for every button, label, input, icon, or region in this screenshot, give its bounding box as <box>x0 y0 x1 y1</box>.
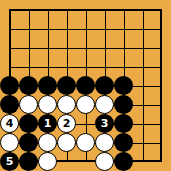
board-point[interactable] <box>19 38 38 57</box>
board-point[interactable] <box>38 19 57 38</box>
board-point[interactable] <box>133 38 152 57</box>
board-point[interactable] <box>152 57 171 76</box>
board-point[interactable] <box>38 152 57 171</box>
board-point[interactable] <box>19 0 38 19</box>
board-point[interactable] <box>19 19 38 38</box>
board-point[interactable] <box>76 38 95 57</box>
board-point[interactable] <box>76 76 95 95</box>
board-point[interactable] <box>114 133 133 152</box>
move-number: 3 <box>101 118 109 129</box>
white-stone <box>57 133 76 152</box>
board-point[interactable] <box>114 76 133 95</box>
black-stone: 5 <box>0 152 19 171</box>
board-point[interactable] <box>114 38 133 57</box>
board-point[interactable] <box>76 152 95 171</box>
board-point[interactable] <box>57 152 76 171</box>
white-stone <box>19 95 38 114</box>
board-point[interactable] <box>38 76 57 95</box>
board-point[interactable] <box>0 57 19 76</box>
board-point[interactable]: 4 <box>0 114 19 133</box>
move-number: 5 <box>6 156 14 167</box>
black-stone <box>114 152 133 171</box>
black-stone <box>114 114 133 133</box>
white-stone <box>57 95 76 114</box>
board-point[interactable] <box>114 0 133 19</box>
white-stone <box>38 95 57 114</box>
black-stone <box>19 114 38 133</box>
board-point[interactable] <box>57 76 76 95</box>
black-stone <box>19 76 38 95</box>
board-point[interactable] <box>95 19 114 38</box>
board-point[interactable] <box>0 0 19 19</box>
board-point[interactable] <box>114 152 133 171</box>
board-point[interactable] <box>133 76 152 95</box>
board-point[interactable] <box>95 133 114 152</box>
black-stone <box>0 76 19 95</box>
board-point[interactable]: 1 <box>38 114 57 133</box>
move-number: 2 <box>63 118 71 129</box>
board-point[interactable] <box>57 95 76 114</box>
white-stone <box>38 133 57 152</box>
board-point[interactable] <box>19 133 38 152</box>
white-stone: 4 <box>0 114 19 133</box>
board-point[interactable] <box>38 95 57 114</box>
board-point[interactable] <box>95 152 114 171</box>
white-stone: 2 <box>57 114 76 133</box>
board-point[interactable] <box>133 19 152 38</box>
board-point[interactable] <box>152 0 171 19</box>
board-point[interactable] <box>152 133 171 152</box>
board-point[interactable] <box>95 57 114 76</box>
board-point[interactable] <box>114 114 133 133</box>
board-point[interactable] <box>0 19 19 38</box>
board-point[interactable] <box>95 76 114 95</box>
board-point[interactable] <box>152 114 171 133</box>
board-point[interactable] <box>152 95 171 114</box>
board-point[interactable] <box>152 38 171 57</box>
black-stone <box>57 76 76 95</box>
move-number: 1 <box>44 118 52 129</box>
board-point[interactable] <box>38 57 57 76</box>
white-stone <box>38 152 57 171</box>
white-stone <box>76 95 95 114</box>
board-point[interactable]: 3 <box>95 114 114 133</box>
board-point[interactable] <box>0 133 19 152</box>
board-point[interactable] <box>76 95 95 114</box>
board-point[interactable] <box>19 152 38 171</box>
board-point[interactable] <box>19 57 38 76</box>
black-stone <box>19 152 38 171</box>
black-stone <box>114 76 133 95</box>
board-point[interactable] <box>76 19 95 38</box>
board-point[interactable] <box>57 57 76 76</box>
board-point[interactable]: 5 <box>0 152 19 171</box>
board-point[interactable] <box>0 76 19 95</box>
board-point[interactable] <box>133 152 152 171</box>
black-stone <box>76 76 95 95</box>
white-stone <box>95 133 114 152</box>
black-stone <box>19 133 38 152</box>
board-point[interactable] <box>38 0 57 19</box>
board-point[interactable] <box>133 0 152 19</box>
board-point[interactable] <box>19 76 38 95</box>
white-stone <box>95 95 114 114</box>
board-point[interactable] <box>38 38 57 57</box>
board-point[interactable] <box>76 57 95 76</box>
board-point[interactable] <box>19 95 38 114</box>
board-point[interactable] <box>95 38 114 57</box>
board-point[interactable] <box>152 19 171 38</box>
white-stone <box>95 152 114 171</box>
white-stone <box>0 133 19 152</box>
black-stone: 1 <box>38 114 57 133</box>
board-point[interactable] <box>95 95 114 114</box>
black-stone <box>114 133 133 152</box>
board-point[interactable] <box>152 152 171 171</box>
board-point[interactable] <box>57 19 76 38</box>
board-point[interactable] <box>0 95 19 114</box>
go-board[interactable]: 41235 <box>0 0 171 171</box>
move-number: 4 <box>6 118 14 129</box>
board-point[interactable] <box>133 133 152 152</box>
go-board-diagram: 41235 <box>0 0 171 171</box>
board-point[interactable] <box>133 114 152 133</box>
board-point[interactable] <box>133 57 152 76</box>
board-point[interactable] <box>114 95 133 114</box>
black-stone <box>95 76 114 95</box>
board-point[interactable] <box>114 19 133 38</box>
board-point[interactable] <box>95 0 114 19</box>
board-point[interactable] <box>19 114 38 133</box>
black-stone: 3 <box>95 114 114 133</box>
board-point[interactable] <box>152 76 171 95</box>
black-stone <box>0 95 19 114</box>
black-stone <box>38 76 57 95</box>
board-point[interactable] <box>114 57 133 76</box>
board-point[interactable] <box>0 38 19 57</box>
board-point[interactable] <box>133 95 152 114</box>
board-point[interactable] <box>38 133 57 152</box>
board-point[interactable] <box>76 0 95 19</box>
board-point[interactable] <box>57 0 76 19</box>
white-stone <box>76 133 95 152</box>
board-point[interactable] <box>57 133 76 152</box>
black-stone <box>114 95 133 114</box>
board-point[interactable] <box>76 114 95 133</box>
board-point[interactable]: 2 <box>57 114 76 133</box>
board-point[interactable] <box>57 38 76 57</box>
board-point[interactable] <box>76 133 95 152</box>
